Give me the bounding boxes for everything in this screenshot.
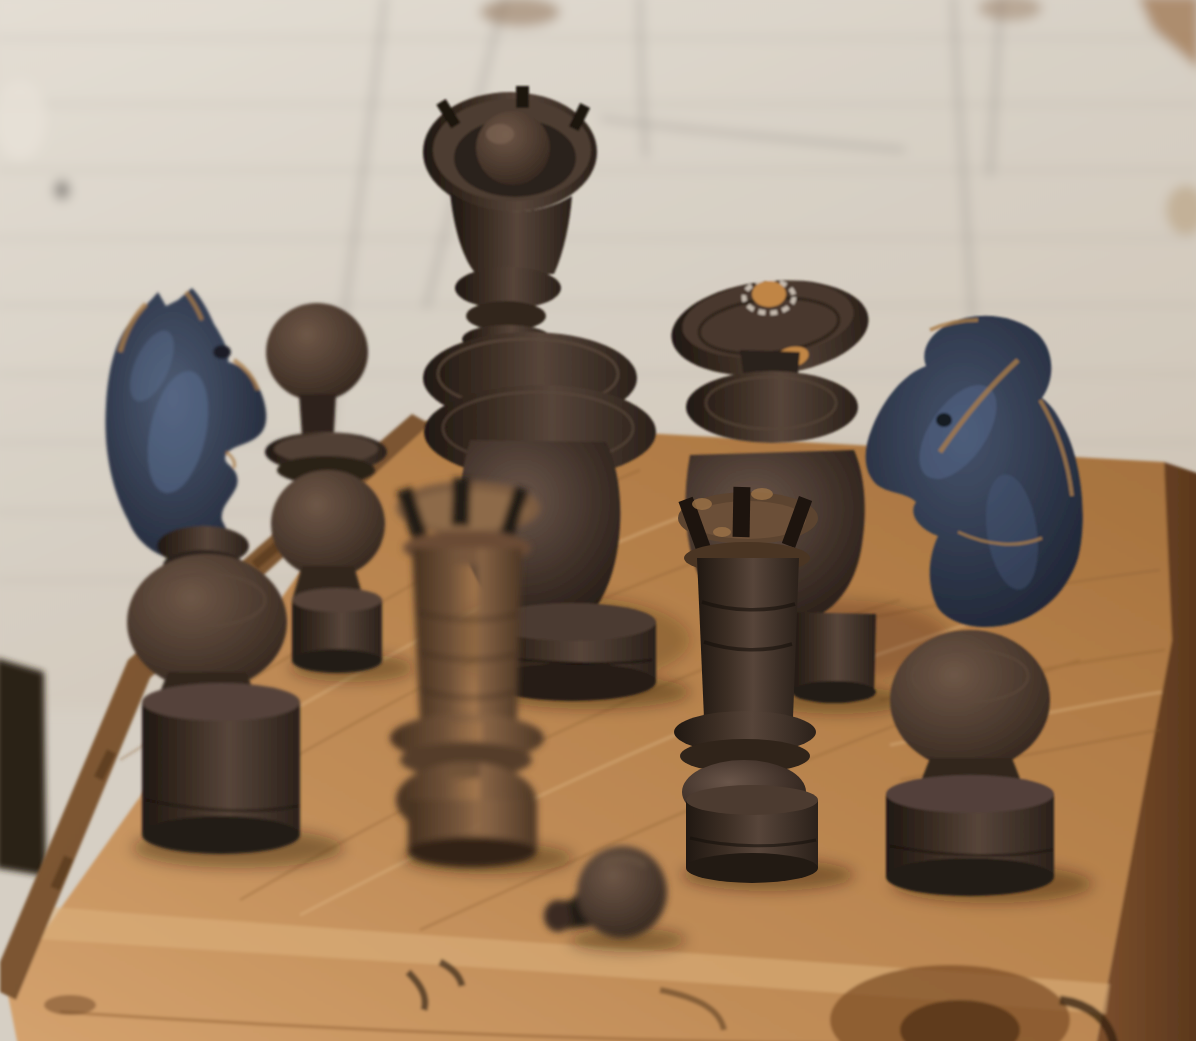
queen-base-bottom (792, 681, 876, 703)
photo-canvas (0, 0, 1196, 1041)
pawn-bulb-body (271, 470, 385, 578)
rook-right-shaft (697, 558, 799, 718)
knight-left-base-bottom (142, 816, 300, 854)
knight-right-base-top (886, 775, 1054, 813)
king-finial-highlight (486, 124, 514, 144)
fallen-pawn-stem-end (544, 900, 572, 932)
knight-right-base-bottom (886, 858, 1054, 896)
knight-left-base (142, 702, 300, 835)
queen-apex-chip-bare-wood (752, 281, 786, 307)
knight-left-base-top (142, 683, 300, 721)
pawn-base-top-face (292, 588, 382, 612)
rook-right-base-bottom (686, 853, 818, 883)
pawn-base-bottom (292, 649, 382, 673)
knight-right-eye (936, 413, 952, 427)
king-ball-finial (476, 111, 550, 185)
pawn-knob (266, 303, 368, 401)
rook-left-base-bottom (408, 837, 536, 867)
rook-right-base-top (686, 785, 818, 815)
dark-background-gap-left (0, 658, 46, 876)
knight-left-eye (213, 345, 231, 359)
photo-antique-chess-pieces (0, 0, 1196, 1041)
queen-disc (686, 371, 858, 443)
